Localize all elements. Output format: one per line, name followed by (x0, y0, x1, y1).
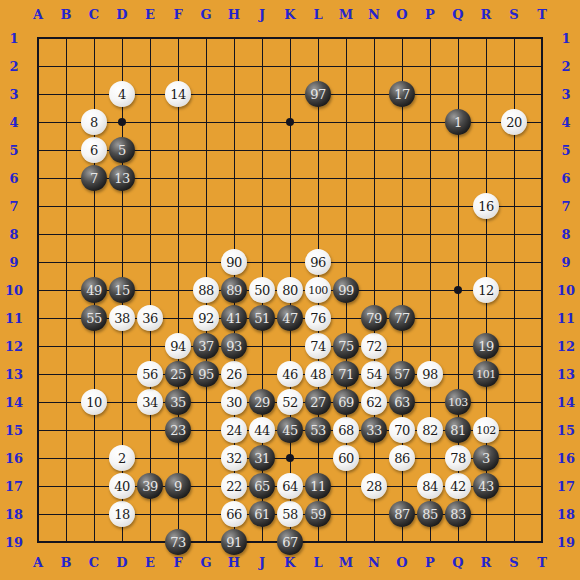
stone-black-35-F14[interactable]: 35 (165, 389, 191, 415)
stone-move-number: 74 (310, 340, 326, 353)
stone-black-83-Q18[interactable]: 83 (445, 501, 471, 527)
stone-move-number: 35 (170, 396, 186, 409)
stone-move-number: 29 (254, 396, 270, 409)
star-point (454, 286, 462, 294)
stone-move-number: 75 (338, 340, 354, 353)
stone-black-73-F19[interactable]: 73 (165, 529, 191, 555)
stone-move-number: 63 (394, 396, 410, 409)
coord-label-top-G: G (200, 7, 211, 22)
stone-move-number: 16 (478, 200, 494, 213)
stone-black-87-O18[interactable]: 87 (389, 501, 415, 527)
stone-move-number: 18 (114, 508, 130, 521)
stone-move-number: 10 (86, 396, 102, 409)
stone-move-number: 96 (310, 256, 326, 269)
coord-label-left-9: 9 (9, 255, 18, 270)
stone-white-4-D3[interactable]: 4 (109, 81, 135, 107)
stone-move-number: 52 (282, 396, 298, 409)
coord-label-right-16: 16 (557, 451, 575, 466)
stone-move-number: 4 (118, 88, 126, 101)
stone-move-number: 32 (226, 452, 242, 465)
stone-white-76-L11[interactable]: 76 (305, 305, 331, 331)
stone-black-63-O14[interactable]: 63 (389, 389, 415, 415)
stone-move-number: 101 (476, 369, 496, 380)
stone-white-48-L13[interactable]: 48 (305, 361, 331, 387)
stone-white-36-E11[interactable]: 36 (137, 305, 163, 331)
stone-white-90-H9[interactable]: 90 (221, 249, 247, 275)
coord-label-top-K: K (284, 7, 295, 22)
stone-move-number: 42 (450, 480, 466, 493)
stone-black-23-F15[interactable]: 23 (165, 417, 191, 443)
stone-move-number: 88 (198, 284, 214, 297)
stone-move-number: 51 (254, 312, 270, 325)
coord-label-bottom-F: F (173, 555, 182, 570)
coord-label-bottom-Q: Q (452, 555, 463, 570)
stone-white-16-R7[interactable]: 16 (473, 193, 499, 219)
stone-black-15-D10[interactable]: 15 (109, 277, 135, 303)
stone-move-number: 90 (226, 256, 242, 269)
stone-move-number: 27 (310, 396, 326, 409)
stone-move-number: 89 (226, 284, 242, 297)
stone-black-53-L15[interactable]: 53 (305, 417, 331, 443)
stone-white-78-Q16[interactable]: 78 (445, 445, 471, 471)
stone-white-56-E13[interactable]: 56 (137, 361, 163, 387)
coord-label-top-Q: Q (452, 7, 463, 22)
stone-move-number: 60 (338, 452, 354, 465)
stone-move-number: 102 (476, 425, 496, 436)
stone-black-43-R17[interactable]: 43 (473, 473, 499, 499)
stone-black-33-N15[interactable]: 33 (361, 417, 387, 443)
stone-move-number: 47 (282, 312, 298, 325)
stone-black-77-O11[interactable]: 77 (389, 305, 415, 331)
stone-white-64-K17[interactable]: 64 (277, 473, 303, 499)
stone-move-number: 66 (226, 508, 242, 521)
stone-move-number: 36 (142, 312, 158, 325)
star-point (286, 454, 294, 462)
stone-white-44-J15[interactable]: 44 (249, 417, 275, 443)
coord-label-top-P: P (425, 7, 435, 22)
stone-move-number: 46 (282, 368, 298, 381)
stone-black-19-R12[interactable]: 19 (473, 333, 499, 359)
coord-label-bottom-H: H (228, 555, 240, 570)
stone-move-number: 53 (310, 424, 326, 437)
stone-move-number: 103 (448, 397, 468, 408)
coord-label-right-4: 4 (561, 115, 570, 130)
stone-move-number: 45 (282, 424, 298, 437)
stone-move-number: 86 (394, 452, 410, 465)
stone-black-89-H10[interactable]: 89 (221, 277, 247, 303)
stone-move-number: 56 (142, 368, 158, 381)
stone-move-number: 33 (366, 424, 382, 437)
coord-label-top-A: A (33, 7, 43, 22)
coord-label-left-2: 2 (9, 59, 18, 74)
stone-move-number: 5 (118, 144, 126, 157)
coord-label-left-1: 1 (9, 31, 18, 46)
stone-black-65-J17[interactable]: 65 (249, 473, 275, 499)
coord-label-left-15: 15 (5, 423, 23, 438)
stone-black-59-L18[interactable]: 59 (305, 501, 331, 527)
stone-move-number: 70 (394, 424, 410, 437)
stone-white-22-H17[interactable]: 22 (221, 473, 247, 499)
stone-white-26-H13[interactable]: 26 (221, 361, 247, 387)
stone-move-number: 12 (478, 284, 494, 297)
stone-move-number: 65 (254, 480, 270, 493)
stone-move-number: 19 (478, 340, 494, 353)
coord-label-left-7: 7 (9, 199, 18, 214)
stone-black-57-O13[interactable]: 57 (389, 361, 415, 387)
coord-label-right-2: 2 (561, 59, 570, 74)
stone-black-49-C10[interactable]: 49 (81, 277, 107, 303)
stone-black-51-J11[interactable]: 51 (249, 305, 275, 331)
stone-move-number: 54 (366, 368, 382, 381)
coord-label-left-17: 17 (5, 479, 23, 494)
stone-move-number: 99 (338, 284, 354, 297)
stone-move-number: 59 (310, 508, 326, 521)
stone-move-number: 81 (450, 424, 466, 437)
coord-label-bottom-J: J (259, 555, 265, 570)
stone-black-31-J16[interactable]: 31 (249, 445, 275, 471)
stone-move-number: 28 (366, 480, 382, 493)
stone-move-number: 1 (454, 116, 462, 129)
stone-white-70-O15[interactable]: 70 (389, 417, 415, 443)
stone-black-85-P18[interactable]: 85 (417, 501, 443, 527)
stone-move-number: 37 (198, 340, 214, 353)
coord-label-top-T: T (537, 7, 547, 22)
stone-white-42-Q17[interactable]: 42 (445, 473, 471, 499)
stone-white-88-G10[interactable]: 88 (193, 277, 219, 303)
coord-label-bottom-M: M (339, 555, 353, 570)
stone-black-13-D6[interactable]: 13 (109, 165, 135, 191)
stone-move-number: 84 (422, 480, 438, 493)
coord-label-top-C: C (89, 7, 99, 22)
stone-black-69-M14[interactable]: 69 (333, 389, 359, 415)
coord-label-right-1: 1 (561, 31, 570, 46)
stone-move-number: 58 (282, 508, 298, 521)
stone-move-number: 2 (118, 452, 126, 465)
stone-move-number: 73 (170, 536, 186, 549)
coord-label-right-17: 17 (557, 479, 575, 494)
stone-move-number: 13 (114, 172, 130, 185)
stone-black-95-G13[interactable]: 95 (193, 361, 219, 387)
stone-move-number: 24 (226, 424, 242, 437)
stone-move-number: 14 (170, 88, 186, 101)
coord-label-left-13: 13 (5, 367, 23, 382)
stone-black-79-N11[interactable]: 79 (361, 305, 387, 331)
coord-label-left-5: 5 (9, 143, 18, 158)
stone-white-98-P13[interactable]: 98 (417, 361, 443, 387)
stone-move-number: 9 (174, 480, 182, 493)
coord-label-top-L: L (313, 7, 322, 22)
stone-move-number: 72 (366, 340, 382, 353)
coord-label-top-B: B (61, 7, 72, 22)
stone-black-11-L17[interactable]: 11 (305, 473, 331, 499)
grid-line-vertical (374, 37, 375, 543)
stone-black-29-J14[interactable]: 29 (249, 389, 275, 415)
stone-black-99-M10[interactable]: 99 (333, 277, 359, 303)
coord-label-right-7: 7 (561, 199, 570, 214)
coord-label-right-6: 6 (561, 171, 570, 186)
stone-black-37-G12[interactable]: 37 (193, 333, 219, 359)
coord-label-bottom-B: B (61, 555, 72, 570)
coord-label-top-M: M (339, 7, 353, 22)
stone-black-101-R13[interactable]: 101 (473, 361, 499, 387)
coord-label-right-15: 15 (557, 423, 575, 438)
coord-label-bottom-C: C (89, 555, 99, 570)
stone-move-number: 91 (226, 536, 242, 549)
stone-move-number: 8 (90, 116, 98, 129)
coord-label-bottom-S: S (509, 555, 518, 570)
coord-label-right-11: 11 (557, 311, 575, 326)
stone-move-number: 26 (226, 368, 242, 381)
stone-move-number: 80 (282, 284, 298, 297)
stone-move-number: 85 (422, 508, 438, 521)
stone-white-60-M16[interactable]: 60 (333, 445, 359, 471)
coord-label-top-N: N (368, 7, 380, 22)
stone-move-number: 31 (254, 452, 270, 465)
stone-move-number: 64 (282, 480, 298, 493)
grid-line-vertical (430, 37, 431, 543)
stone-move-number: 49 (86, 284, 102, 297)
stone-black-103-Q14[interactable]: 103 (445, 389, 471, 415)
stone-move-number: 94 (170, 340, 186, 353)
stone-black-93-H12[interactable]: 93 (221, 333, 247, 359)
stone-move-number: 23 (170, 424, 186, 437)
coord-label-bottom-L: L (313, 555, 322, 570)
stone-black-5-D5[interactable]: 5 (109, 137, 135, 163)
coord-label-bottom-G: G (200, 555, 211, 570)
stone-move-number: 38 (114, 312, 130, 325)
stone-move-number: 6 (90, 144, 98, 157)
stone-white-54-N13[interactable]: 54 (361, 361, 387, 387)
stone-white-72-N12[interactable]: 72 (361, 333, 387, 359)
stone-white-52-K14[interactable]: 52 (277, 389, 303, 415)
stone-move-number: 44 (254, 424, 270, 437)
stone-move-number: 83 (450, 508, 466, 521)
grid-line-vertical (541, 37, 543, 543)
stone-white-2-D16[interactable]: 2 (109, 445, 135, 471)
stone-move-number: 39 (142, 480, 158, 493)
stone-move-number: 17 (394, 88, 410, 101)
stone-move-number: 3 (482, 452, 490, 465)
coord-label-left-12: 12 (5, 339, 23, 354)
stone-white-92-G11[interactable]: 92 (193, 305, 219, 331)
coord-label-right-12: 12 (557, 339, 575, 354)
stone-black-47-K11[interactable]: 47 (277, 305, 303, 331)
coord-label-left-14: 14 (5, 395, 23, 410)
coord-label-top-D: D (116, 7, 127, 22)
coord-label-top-R: R (481, 7, 492, 22)
coord-label-top-E: E (145, 7, 155, 22)
stone-black-67-K19[interactable]: 67 (277, 529, 303, 555)
stone-black-7-C6[interactable]: 7 (81, 165, 107, 191)
stone-move-number: 82 (422, 424, 438, 437)
stone-move-number: 43 (478, 480, 494, 493)
stone-white-30-H14[interactable]: 30 (221, 389, 247, 415)
coord-label-top-F: F (173, 7, 182, 22)
stone-black-25-F13[interactable]: 25 (165, 361, 191, 387)
star-point (118, 118, 126, 126)
stone-white-96-L9[interactable]: 96 (305, 249, 331, 275)
coord-label-left-18: 18 (5, 507, 23, 522)
stone-white-80-K10[interactable]: 80 (277, 277, 303, 303)
stone-move-number: 34 (142, 396, 158, 409)
stone-white-10-C14[interactable]: 10 (81, 389, 107, 415)
stone-move-number: 41 (226, 312, 242, 325)
stone-move-number: 95 (198, 368, 214, 381)
stone-white-40-D17[interactable]: 40 (109, 473, 135, 499)
coord-label-top-J: J (259, 7, 265, 22)
coord-label-right-10: 10 (557, 283, 575, 298)
stone-black-75-M12[interactable]: 75 (333, 333, 359, 359)
stone-black-27-L14[interactable]: 27 (305, 389, 331, 415)
coord-label-left-6: 6 (9, 171, 18, 186)
stone-white-74-L12[interactable]: 74 (305, 333, 331, 359)
stone-move-number: 7 (90, 172, 98, 185)
stone-move-number: 25 (170, 368, 186, 381)
coord-label-left-3: 3 (9, 87, 18, 102)
stone-black-39-E17[interactable]: 39 (137, 473, 163, 499)
coord-label-right-13: 13 (557, 367, 575, 382)
stone-move-number: 48 (310, 368, 326, 381)
stone-move-number: 69 (338, 396, 354, 409)
stone-black-45-K15[interactable]: 45 (277, 417, 303, 443)
coord-label-top-O: O (396, 7, 407, 22)
stone-white-50-J10[interactable]: 50 (249, 277, 275, 303)
coord-label-left-16: 16 (5, 451, 23, 466)
go-board[interactable]: AABBCCDDEEFFGGHHJJKKLLMMNNOOPPQQRRSSTT11… (0, 0, 580, 580)
stone-white-68-M15[interactable]: 68 (333, 417, 359, 443)
stone-white-86-O16[interactable]: 86 (389, 445, 415, 471)
stone-move-number: 11 (310, 480, 326, 493)
stone-move-number: 87 (394, 508, 410, 521)
stone-black-81-Q15[interactable]: 81 (445, 417, 471, 443)
stone-white-62-N14[interactable]: 62 (361, 389, 387, 415)
stone-move-number: 50 (254, 284, 270, 297)
stone-black-91-H19[interactable]: 91 (221, 529, 247, 555)
stone-white-100-L10[interactable]: 100 (305, 277, 331, 303)
stone-move-number: 61 (254, 508, 270, 521)
coord-label-bottom-R: R (481, 555, 492, 570)
stone-move-number: 97 (310, 88, 326, 101)
stone-white-24-H15[interactable]: 24 (221, 417, 247, 443)
coord-label-left-10: 10 (5, 283, 23, 298)
stone-white-32-H16[interactable]: 32 (221, 445, 247, 471)
stone-white-20-S4[interactable]: 20 (501, 109, 527, 135)
stone-move-number: 78 (450, 452, 466, 465)
coord-label-bottom-N: N (368, 555, 380, 570)
stone-white-6-C5[interactable]: 6 (81, 137, 107, 163)
stone-white-34-E14[interactable]: 34 (137, 389, 163, 415)
stone-move-number: 93 (226, 340, 242, 353)
coord-label-top-S: S (509, 7, 518, 22)
stone-move-number: 55 (86, 312, 102, 325)
stone-move-number: 67 (282, 536, 298, 549)
stone-black-97-L3[interactable]: 97 (305, 81, 331, 107)
stone-move-number: 40 (114, 480, 130, 493)
stone-black-3-R16[interactable]: 3 (473, 445, 499, 471)
coord-label-left-8: 8 (9, 227, 18, 242)
stone-white-28-N17[interactable]: 28 (361, 473, 387, 499)
stone-move-number: 20 (506, 116, 522, 129)
coord-label-bottom-P: P (425, 555, 435, 570)
stone-white-18-D18[interactable]: 18 (109, 501, 135, 527)
stone-white-58-K18[interactable]: 58 (277, 501, 303, 527)
coord-label-top-H: H (228, 7, 240, 22)
stone-move-number: 15 (114, 284, 130, 297)
stone-white-14-F3[interactable]: 14 (165, 81, 191, 107)
stone-move-number: 92 (198, 312, 214, 325)
coord-label-left-19: 19 (5, 535, 23, 550)
stone-move-number: 71 (338, 368, 354, 381)
coord-label-right-5: 5 (561, 143, 570, 158)
grid-line-horizontal (37, 346, 543, 347)
coord-label-right-9: 9 (561, 255, 570, 270)
coord-label-right-3: 3 (561, 87, 570, 102)
stone-move-number: 30 (226, 396, 242, 409)
stone-white-12-R10[interactable]: 12 (473, 277, 499, 303)
stone-black-61-J18[interactable]: 61 (249, 501, 275, 527)
stone-white-38-D11[interactable]: 38 (109, 305, 135, 331)
stone-move-number: 57 (394, 368, 410, 381)
stone-move-number: 98 (422, 368, 438, 381)
coord-label-bottom-T: T (537, 555, 547, 570)
stone-move-number: 68 (338, 424, 354, 437)
stone-white-66-H18[interactable]: 66 (221, 501, 247, 527)
stone-black-9-F17[interactable]: 9 (165, 473, 191, 499)
coord-label-bottom-A: A (33, 555, 43, 570)
stone-white-102-R15[interactable]: 102 (473, 417, 499, 443)
stone-white-8-C4[interactable]: 8 (81, 109, 107, 135)
coord-label-right-19: 19 (557, 535, 575, 550)
coord-label-bottom-K: K (284, 555, 295, 570)
stone-black-17-O3[interactable]: 17 (389, 81, 415, 107)
stone-move-number: 76 (310, 312, 326, 325)
stone-black-71-M13[interactable]: 71 (333, 361, 359, 387)
coord-label-right-8: 8 (561, 227, 570, 242)
stone-black-1-Q4[interactable]: 1 (445, 109, 471, 135)
stone-move-number: 22 (226, 480, 242, 493)
coord-label-left-4: 4 (9, 115, 18, 130)
stone-white-94-F12[interactable]: 94 (165, 333, 191, 359)
coord-label-left-11: 11 (5, 311, 23, 326)
coord-label-right-18: 18 (557, 507, 575, 522)
stone-black-55-C11[interactable]: 55 (81, 305, 107, 331)
coord-label-bottom-E: E (145, 555, 155, 570)
coord-label-right-14: 14 (557, 395, 575, 410)
coord-label-bottom-O: O (396, 555, 407, 570)
stone-move-number: 77 (394, 312, 410, 325)
coord-label-bottom-D: D (116, 555, 127, 570)
stone-move-number: 100 (308, 285, 328, 296)
star-point (286, 118, 294, 126)
stone-white-84-P17[interactable]: 84 (417, 473, 443, 499)
stone-white-46-K13[interactable]: 46 (277, 361, 303, 387)
stone-move-number: 62 (366, 396, 382, 409)
stone-white-82-P15[interactable]: 82 (417, 417, 443, 443)
stone-black-41-H11[interactable]: 41 (221, 305, 247, 331)
stone-move-number: 79 (366, 312, 382, 325)
